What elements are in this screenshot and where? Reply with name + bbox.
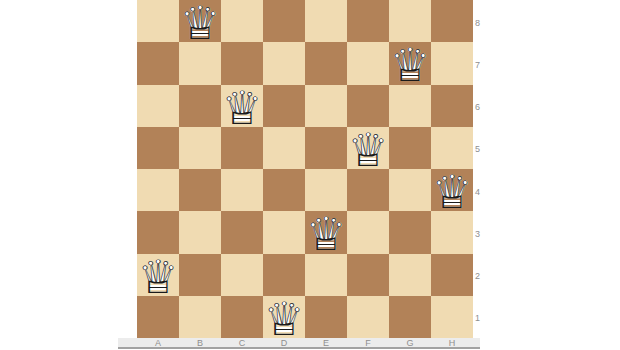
rank-label-2: 2	[475, 254, 489, 296]
square-f1[interactable]	[347, 296, 389, 338]
square-e3[interactable]: ♛♕	[305, 211, 347, 253]
square-g7[interactable]: ♛♕	[389, 42, 431, 84]
file-label-bar: ABCDEFGH	[118, 338, 480, 347]
square-a2[interactable]: ♛♕	[137, 254, 179, 296]
rank-label-6: 6	[475, 85, 489, 127]
square-b5[interactable]	[179, 127, 221, 169]
rank-labels: 87654321	[475, 0, 489, 338]
file-label-f: F	[347, 338, 389, 347]
file-label-a: A	[137, 338, 179, 347]
white-queen-outline-glyph: ♕	[347, 127, 388, 173]
square-h6[interactable]	[431, 85, 473, 127]
white-queen[interactable]: ♛♕	[179, 0, 221, 42]
rank-label-5: 5	[475, 127, 489, 169]
white-queen[interactable]: ♛♕	[347, 127, 389, 169]
square-e4[interactable]	[305, 169, 347, 211]
square-c2[interactable]	[221, 254, 263, 296]
square-e6[interactable]	[305, 85, 347, 127]
white-queen[interactable]: ♛♕	[431, 169, 473, 211]
square-h7[interactable]	[431, 42, 473, 84]
square-d8[interactable]	[263, 0, 305, 42]
square-d5[interactable]	[263, 127, 305, 169]
square-e7[interactable]	[305, 42, 347, 84]
white-queen-fill-glyph: ♛	[431, 169, 472, 215]
white-queen-outline-glyph: ♕	[179, 0, 220, 46]
square-f8[interactable]	[347, 0, 389, 42]
square-c5[interactable]	[221, 127, 263, 169]
square-a4[interactable]	[137, 169, 179, 211]
square-e8[interactable]	[305, 0, 347, 42]
square-a6[interactable]	[137, 85, 179, 127]
square-f4[interactable]	[347, 169, 389, 211]
square-g4[interactable]	[389, 169, 431, 211]
white-queen[interactable]: ♛♕	[389, 42, 431, 84]
square-c7[interactable]	[221, 42, 263, 84]
square-c6[interactable]: ♛♕	[221, 85, 263, 127]
white-queen-fill-glyph: ♛	[263, 296, 304, 342]
square-g1[interactable]	[389, 296, 431, 338]
square-g5[interactable]	[389, 127, 431, 169]
white-queen-outline-glyph: ♕	[137, 253, 178, 299]
white-queen-outline-glyph: ♕	[431, 169, 472, 215]
white-queen-fill-glyph: ♛	[221, 84, 262, 130]
square-d7[interactable]	[263, 42, 305, 84]
square-b6[interactable]	[179, 85, 221, 127]
square-d6[interactable]	[263, 85, 305, 127]
white-queen-outline-glyph: ♕	[263, 296, 304, 342]
square-f7[interactable]	[347, 42, 389, 84]
square-b7[interactable]	[179, 42, 221, 84]
square-f6[interactable]	[347, 85, 389, 127]
rank-label-4: 4	[475, 169, 489, 211]
square-f3[interactable]	[347, 211, 389, 253]
square-e1[interactable]	[305, 296, 347, 338]
white-queen[interactable]: ♛♕	[305, 211, 347, 253]
white-queen-outline-glyph: ♕	[221, 84, 262, 130]
white-queen-outline-glyph: ♕	[389, 42, 430, 88]
file-label-e: E	[305, 338, 347, 347]
square-c8[interactable]	[221, 0, 263, 42]
white-queen-fill-glyph: ♛	[347, 127, 388, 173]
square-d4[interactable]	[263, 169, 305, 211]
square-b4[interactable]	[179, 169, 221, 211]
square-c3[interactable]	[221, 211, 263, 253]
square-b8[interactable]: ♛♕	[179, 0, 221, 42]
chess-board: ♛♕♛♕♛♕♛♕♛♕♛♕♛♕♛♕	[137, 0, 473, 338]
square-g3[interactable]	[389, 211, 431, 253]
square-a7[interactable]	[137, 42, 179, 84]
square-g2[interactable]	[389, 254, 431, 296]
square-a8[interactable]	[137, 0, 179, 42]
square-a3[interactable]	[137, 211, 179, 253]
square-h2[interactable]	[431, 254, 473, 296]
square-g8[interactable]	[389, 0, 431, 42]
square-d2[interactable]	[263, 254, 305, 296]
file-label-b: B	[179, 338, 221, 347]
white-queen-fill-glyph: ♛	[137, 253, 178, 299]
white-queen[interactable]: ♛♕	[137, 254, 179, 296]
square-b1[interactable]	[179, 296, 221, 338]
square-d1[interactable]: ♛♕	[263, 296, 305, 338]
rank-label-7: 7	[475, 42, 489, 84]
square-b3[interactable]	[179, 211, 221, 253]
rank-label-1: 1	[475, 296, 489, 338]
page: ♛♕♛♕♛♕♛♕♛♕♛♕♛♕♛♕ 87654321 ABCDEFGH	[0, 0, 620, 350]
file-labels: ABCDEFGH	[137, 338, 473, 347]
board-underline	[118, 347, 480, 349]
square-h4[interactable]: ♛♕	[431, 169, 473, 211]
square-g6[interactable]	[389, 85, 431, 127]
square-h1[interactable]	[431, 296, 473, 338]
square-e2[interactable]	[305, 254, 347, 296]
square-b2[interactable]	[179, 254, 221, 296]
square-a5[interactable]	[137, 127, 179, 169]
file-label-h: H	[431, 338, 473, 347]
file-label-c: C	[221, 338, 263, 347]
rank-label-8: 8	[475, 0, 489, 42]
white-queen-fill-glyph: ♛	[305, 211, 346, 257]
file-label-d: D	[263, 338, 305, 347]
white-queen[interactable]: ♛♕	[221, 85, 263, 127]
square-a1[interactable]	[137, 296, 179, 338]
square-f5[interactable]: ♛♕	[347, 127, 389, 169]
square-c4[interactable]	[221, 169, 263, 211]
square-f2[interactable]	[347, 254, 389, 296]
file-label-g: G	[389, 338, 431, 347]
square-h3[interactable]	[431, 211, 473, 253]
square-c1[interactable]	[221, 296, 263, 338]
white-queen-fill-glyph: ♛	[179, 0, 220, 46]
rank-label-3: 3	[475, 211, 489, 253]
white-queen-fill-glyph: ♛	[389, 42, 430, 88]
square-e5[interactable]	[305, 127, 347, 169]
square-h8[interactable]	[431, 0, 473, 42]
square-d3[interactable]	[263, 211, 305, 253]
square-h5[interactable]	[431, 127, 473, 169]
white-queen-outline-glyph: ♕	[305, 211, 346, 257]
white-queen[interactable]: ♛♕	[263, 296, 305, 338]
